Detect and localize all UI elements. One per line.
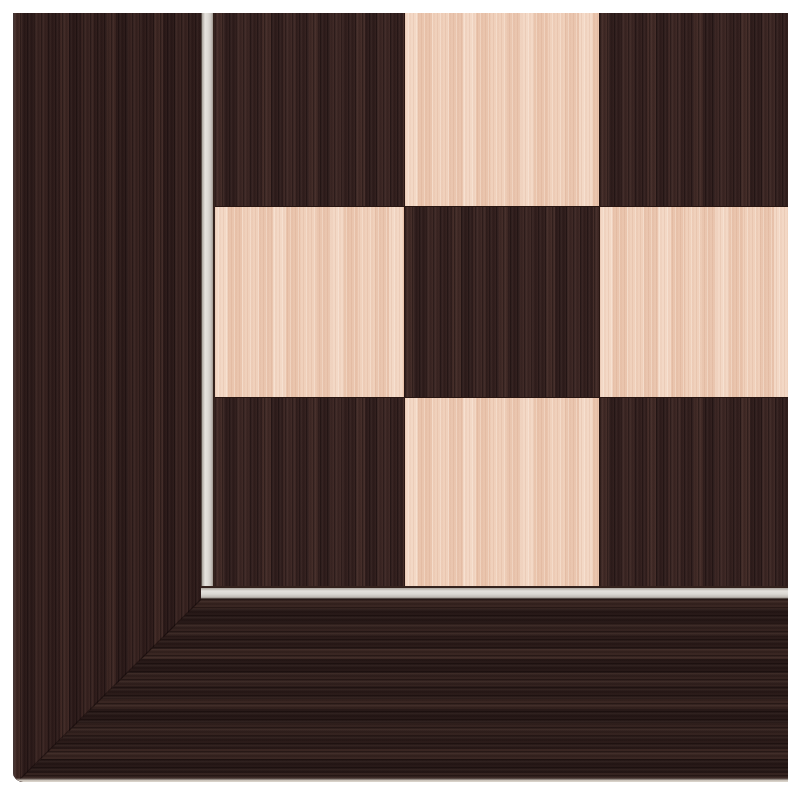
chessboard-photo — [13, 13, 788, 782]
square-r1c3 — [600, 13, 788, 206]
square-r2c3 — [600, 207, 788, 397]
square-r1c1 — [215, 13, 404, 206]
square-r3c1 — [215, 398, 404, 586]
board-playing-field — [215, 13, 788, 586]
inlay-line-horizontal — [201, 586, 788, 599]
board-bottom-edge — [13, 778, 788, 782]
square-r1c2 — [405, 13, 599, 206]
square-r2c1 — [215, 207, 404, 397]
photo-background — [0, 0, 805, 800]
square-r2c2 — [405, 207, 599, 397]
square-r3c2 — [405, 398, 599, 586]
square-r3c3 — [600, 398, 788, 586]
inlay-line-vertical — [201, 13, 215, 599]
